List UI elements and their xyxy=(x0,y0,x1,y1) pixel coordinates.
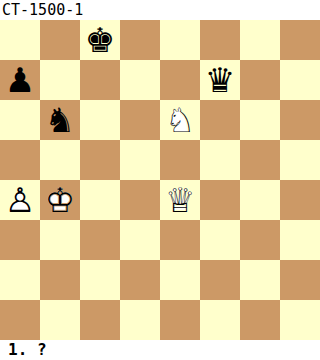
square-c6[interactable] xyxy=(80,100,120,140)
square-b2[interactable] xyxy=(40,260,80,300)
square-c8[interactable]: ♚ xyxy=(80,20,120,60)
black-knight[interactable]: ♞ xyxy=(40,100,80,140)
square-d8[interactable] xyxy=(120,20,160,60)
square-g2[interactable] xyxy=(240,260,280,300)
square-c5[interactable] xyxy=(80,140,120,180)
square-d7[interactable] xyxy=(120,60,160,100)
square-e2[interactable] xyxy=(160,260,200,300)
square-h2[interactable] xyxy=(280,260,320,300)
square-g7[interactable] xyxy=(240,60,280,100)
square-d2[interactable] xyxy=(120,260,160,300)
square-e5[interactable] xyxy=(160,140,200,180)
square-d6[interactable] xyxy=(120,100,160,140)
square-a3[interactable] xyxy=(0,220,40,260)
square-f5[interactable] xyxy=(200,140,240,180)
square-b8[interactable] xyxy=(40,20,80,60)
square-b4[interactable]: ♚♔ xyxy=(40,180,80,220)
square-a1[interactable] xyxy=(0,300,40,340)
square-b6[interactable]: ♞ xyxy=(40,100,80,140)
square-e3[interactable] xyxy=(160,220,200,260)
square-h5[interactable] xyxy=(280,140,320,180)
puzzle-title: CT-1500-1 xyxy=(0,0,320,20)
square-c4[interactable] xyxy=(80,180,120,220)
white-queen-outline: ♕ xyxy=(160,180,200,220)
square-b3[interactable] xyxy=(40,220,80,260)
square-a4[interactable]: ♟♙ xyxy=(0,180,40,220)
black-queen[interactable]: ♛ xyxy=(200,60,240,100)
square-c7[interactable] xyxy=(80,60,120,100)
square-e6[interactable]: ♞♘ xyxy=(160,100,200,140)
white-king[interactable]: ♚♔ xyxy=(40,180,80,220)
white-queen[interactable]: ♛♕ xyxy=(160,180,200,220)
square-a2[interactable] xyxy=(0,260,40,300)
square-h6[interactable] xyxy=(280,100,320,140)
square-c3[interactable] xyxy=(80,220,120,260)
black-king[interactable]: ♚ xyxy=(80,20,120,60)
square-h1[interactable] xyxy=(280,300,320,340)
square-h8[interactable] xyxy=(280,20,320,60)
square-e1[interactable] xyxy=(160,300,200,340)
white-pawn-outline: ♙ xyxy=(0,180,40,220)
square-b1[interactable] xyxy=(40,300,80,340)
square-b5[interactable] xyxy=(40,140,80,180)
white-pawn[interactable]: ♟♙ xyxy=(0,180,40,220)
square-d3[interactable] xyxy=(120,220,160,260)
square-f1[interactable] xyxy=(200,300,240,340)
square-g3[interactable] xyxy=(240,220,280,260)
square-d5[interactable] xyxy=(120,140,160,180)
square-h4[interactable] xyxy=(280,180,320,220)
square-d1[interactable] xyxy=(120,300,160,340)
square-c1[interactable] xyxy=(80,300,120,340)
square-f4[interactable] xyxy=(200,180,240,220)
square-b7[interactable] xyxy=(40,60,80,100)
square-f8[interactable] xyxy=(200,20,240,60)
square-f2[interactable] xyxy=(200,260,240,300)
white-knight[interactable]: ♞♘ xyxy=(160,100,200,140)
square-g4[interactable] xyxy=(240,180,280,220)
square-a6[interactable] xyxy=(0,100,40,140)
white-knight-outline: ♘ xyxy=(160,100,200,140)
square-a7[interactable]: ♟ xyxy=(0,60,40,100)
square-c2[interactable] xyxy=(80,260,120,300)
square-g6[interactable] xyxy=(240,100,280,140)
square-a8[interactable] xyxy=(0,20,40,60)
white-king-outline: ♔ xyxy=(40,180,80,220)
square-h7[interactable] xyxy=(280,60,320,100)
chess-board: ♚♟♛♞♞♘♟♙♚♔♛♕ xyxy=(0,20,320,340)
move-prompt: 1. ? xyxy=(0,340,320,360)
square-d4[interactable] xyxy=(120,180,160,220)
black-pawn[interactable]: ♟ xyxy=(0,60,40,100)
square-f3[interactable] xyxy=(200,220,240,260)
square-g8[interactable] xyxy=(240,20,280,60)
square-h3[interactable] xyxy=(280,220,320,260)
square-e4[interactable]: ♛♕ xyxy=(160,180,200,220)
square-f7[interactable]: ♛ xyxy=(200,60,240,100)
square-g5[interactable] xyxy=(240,140,280,180)
square-g1[interactable] xyxy=(240,300,280,340)
square-a5[interactable] xyxy=(0,140,40,180)
square-e8[interactable] xyxy=(160,20,200,60)
square-e7[interactable] xyxy=(160,60,200,100)
square-f6[interactable] xyxy=(200,100,240,140)
